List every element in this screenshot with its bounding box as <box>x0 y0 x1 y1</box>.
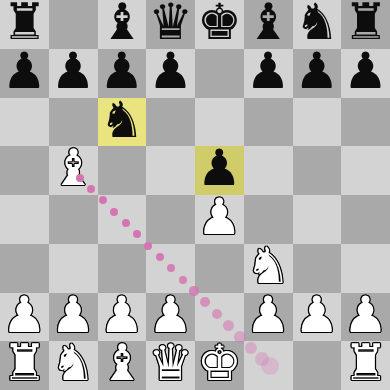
square-e3[interactable] <box>195 244 244 293</box>
square-g5[interactable] <box>293 146 342 195</box>
piece-white-queen-d1[interactable]: ♛ <box>148 339 193 388</box>
chess-board: ♜♝♛♚♝♞♜♟♟♟♟♟♟♟♞♝♟♟♞♟♟♟♟♟♟♟♜♞♝♛♚♜ <box>0 0 390 390</box>
piece-black-queen-d8[interactable]: ♛ <box>148 0 193 47</box>
square-e8[interactable]: ♚ <box>195 0 244 49</box>
piece-white-rook-h1[interactable]: ♜ <box>343 339 388 388</box>
square-d5[interactable] <box>146 146 195 195</box>
square-e7[interactable] <box>195 49 244 98</box>
square-d6[interactable] <box>146 98 195 147</box>
square-g6[interactable] <box>293 98 342 147</box>
piece-white-knight-f3[interactable]: ♞ <box>246 242 291 291</box>
piece-white-pawn-g2[interactable]: ♟ <box>294 291 339 340</box>
piece-black-pawn-b7[interactable]: ♟ <box>51 47 96 96</box>
piece-white-pawn-c2[interactable]: ♟ <box>99 291 144 340</box>
piece-white-pawn-d2[interactable]: ♟ <box>148 291 193 340</box>
square-f5[interactable] <box>244 146 293 195</box>
piece-black-rook-a8[interactable]: ♜ <box>2 0 47 47</box>
piece-black-pawn-e5[interactable]: ♟ <box>197 144 242 193</box>
piece-white-pawn-b2[interactable]: ♟ <box>51 291 96 340</box>
piece-white-pawn-f2[interactable]: ♟ <box>246 291 291 340</box>
square-b5[interactable]: ♝ <box>49 146 98 195</box>
square-b7[interactable]: ♟ <box>49 49 98 98</box>
square-h5[interactable] <box>341 146 390 195</box>
piece-black-pawn-f7[interactable]: ♟ <box>246 47 291 96</box>
square-g7[interactable]: ♟ <box>293 49 342 98</box>
square-d1[interactable]: ♛ <box>146 341 195 390</box>
square-a7[interactable]: ♟ <box>0 49 49 98</box>
piece-white-pawn-e4[interactable]: ♟ <box>197 193 242 242</box>
square-h4[interactable] <box>341 195 390 244</box>
square-h6[interactable] <box>341 98 390 147</box>
square-h1[interactable]: ♜ <box>341 341 390 390</box>
square-d4[interactable] <box>146 195 195 244</box>
piece-white-rook-a1[interactable]: ♜ <box>2 339 47 388</box>
square-a1[interactable]: ♜ <box>0 341 49 390</box>
piece-black-rook-h8[interactable]: ♜ <box>343 0 388 47</box>
piece-white-knight-b1[interactable]: ♞ <box>51 339 96 388</box>
square-g4[interactable] <box>293 195 342 244</box>
square-a5[interactable] <box>0 146 49 195</box>
piece-black-knight-g8[interactable]: ♞ <box>294 0 339 47</box>
piece-white-king-e1[interactable]: ♚ <box>197 339 242 388</box>
piece-black-pawn-h7[interactable]: ♟ <box>343 47 388 96</box>
square-a6[interactable] <box>0 98 49 147</box>
square-f2[interactable]: ♟ <box>244 293 293 342</box>
square-c6-highlighted[interactable]: ♞ <box>98 98 147 147</box>
square-c5[interactable] <box>98 146 147 195</box>
square-e4[interactable]: ♟ <box>195 195 244 244</box>
square-c1[interactable]: ♝ <box>98 341 147 390</box>
piece-white-bishop-c1[interactable]: ♝ <box>99 339 144 388</box>
square-c4[interactable] <box>98 195 147 244</box>
piece-black-knight-c6[interactable]: ♞ <box>99 96 144 145</box>
piece-black-pawn-g7[interactable]: ♟ <box>294 47 339 96</box>
square-e1[interactable]: ♚ <box>195 341 244 390</box>
piece-black-bishop-c8[interactable]: ♝ <box>99 0 144 47</box>
square-f6[interactable] <box>244 98 293 147</box>
square-d7[interactable]: ♟ <box>146 49 195 98</box>
piece-black-king-e8[interactable]: ♚ <box>197 0 242 47</box>
piece-black-pawn-d7[interactable]: ♟ <box>148 47 193 96</box>
piece-black-bishop-f8[interactable]: ♝ <box>246 0 291 47</box>
square-g1[interactable] <box>293 341 342 390</box>
square-b1[interactable]: ♞ <box>49 341 98 390</box>
piece-white-pawn-a2[interactable]: ♟ <box>2 291 47 340</box>
piece-black-pawn-c7[interactable]: ♟ <box>99 47 144 96</box>
square-g2[interactable]: ♟ <box>293 293 342 342</box>
piece-white-pawn-h2[interactable]: ♟ <box>343 291 388 340</box>
square-f7[interactable]: ♟ <box>244 49 293 98</box>
square-b4[interactable] <box>49 195 98 244</box>
piece-white-bishop-b5[interactable]: ♝ <box>51 144 96 193</box>
piece-black-pawn-a7[interactable]: ♟ <box>2 47 47 96</box>
square-f1[interactable] <box>244 341 293 390</box>
square-h7[interactable]: ♟ <box>341 49 390 98</box>
square-a4[interactable] <box>0 195 49 244</box>
